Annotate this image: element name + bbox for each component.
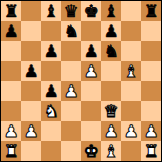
square-f7[interactable]: ♟ — [101, 21, 121, 41]
square-f4[interactable] — [101, 81, 121, 101]
square-a5[interactable] — [1, 61, 21, 81]
square-e5[interactable]: ♟ — [81, 61, 101, 81]
black-queen-icon[interactable]: ♛ — [63, 1, 78, 21]
black-rook-icon[interactable]: ♜ — [143, 1, 158, 21]
square-c5[interactable] — [41, 61, 61, 81]
square-c4[interactable]: ♟ — [41, 81, 61, 101]
square-e1[interactable]: ♚ — [81, 141, 101, 161]
white-rook-icon[interactable]: ♜ — [3, 141, 18, 161]
square-d8[interactable]: ♛ — [61, 1, 81, 21]
black-knight-icon[interactable]: ♞ — [63, 21, 78, 41]
square-c7[interactable] — [41, 21, 61, 41]
square-g1[interactable] — [121, 141, 141, 161]
square-h8[interactable]: ♜ — [141, 1, 161, 21]
square-f5[interactable] — [101, 61, 121, 81]
black-bishop-icon[interactable]: ♝ — [103, 1, 118, 21]
square-b3[interactable] — [21, 101, 41, 121]
square-h3[interactable] — [141, 101, 161, 121]
black-rook-icon[interactable]: ♜ — [3, 1, 18, 21]
square-e8[interactable]: ♚ — [81, 1, 101, 21]
square-b4[interactable] — [21, 81, 41, 101]
square-h5[interactable] — [141, 61, 161, 81]
black-pawn-icon[interactable]: ♟ — [83, 41, 98, 61]
square-d7[interactable]: ♞ — [61, 21, 81, 41]
square-a7[interactable]: ♟ — [1, 21, 21, 41]
chess-board-frame: ♜♝♛♚♝♜♟♞♟♟♟♞♟♟♝♟♟♞♛♟♟♟♟♟♜♚♝♜ — [0, 0, 162, 162]
black-pawn-icon[interactable]: ♟ — [3, 21, 18, 41]
square-d6[interactable] — [61, 41, 81, 61]
black-king-icon[interactable]: ♚ — [83, 1, 98, 21]
white-pawn-icon[interactable]: ♟ — [103, 121, 118, 141]
square-g4[interactable] — [121, 81, 141, 101]
square-e7[interactable] — [81, 21, 101, 41]
square-a1[interactable]: ♜ — [1, 141, 21, 161]
square-a3[interactable] — [1, 101, 21, 121]
square-a8[interactable]: ♜ — [1, 1, 21, 21]
square-g5[interactable]: ♝ — [121, 61, 141, 81]
square-b5[interactable]: ♟ — [21, 61, 41, 81]
square-a2[interactable]: ♟ — [1, 121, 21, 141]
square-c3[interactable]: ♞ — [41, 101, 61, 121]
white-king-icon[interactable]: ♚ — [83, 141, 98, 161]
square-c8[interactable]: ♝ — [41, 1, 61, 21]
square-g6[interactable] — [121, 41, 141, 61]
square-h2[interactable]: ♟ — [141, 121, 161, 141]
square-e6[interactable]: ♟ — [81, 41, 101, 61]
square-e2[interactable] — [81, 121, 101, 141]
square-b8[interactable] — [21, 1, 41, 21]
square-d3[interactable] — [61, 101, 81, 121]
square-f8[interactable]: ♝ — [101, 1, 121, 21]
square-b7[interactable] — [21, 21, 41, 41]
square-f1[interactable]: ♝ — [101, 141, 121, 161]
black-knight-icon[interactable]: ♞ — [103, 41, 118, 61]
white-bishop-icon[interactable]: ♝ — [103, 141, 118, 161]
black-bishop-icon[interactable]: ♝ — [43, 1, 58, 21]
square-g2[interactable]: ♟ — [121, 121, 141, 141]
white-pawn-icon[interactable]: ♟ — [123, 121, 138, 141]
square-g8[interactable] — [121, 1, 141, 21]
square-a4[interactable] — [1, 81, 21, 101]
square-e3[interactable] — [81, 101, 101, 121]
white-knight-icon[interactable]: ♞ — [43, 101, 58, 121]
white-pawn-icon[interactable]: ♟ — [63, 81, 78, 101]
square-c6[interactable]: ♟ — [41, 41, 61, 61]
square-f3[interactable]: ♛ — [101, 101, 121, 121]
white-queen-icon[interactable]: ♛ — [103, 101, 118, 121]
square-d1[interactable] — [61, 141, 81, 161]
square-g7[interactable] — [121, 21, 141, 41]
square-b6[interactable] — [21, 41, 41, 61]
black-pawn-icon[interactable]: ♟ — [103, 21, 118, 41]
square-f6[interactable]: ♞ — [101, 41, 121, 61]
black-pawn-icon[interactable]: ♟ — [23, 61, 38, 81]
square-h1[interactable]: ♜ — [141, 141, 161, 161]
square-a6[interactable] — [1, 41, 21, 61]
square-d2[interactable] — [61, 121, 81, 141]
white-pawn-icon[interactable]: ♟ — [143, 121, 158, 141]
black-pawn-icon[interactable]: ♟ — [43, 41, 58, 61]
white-pawn-icon[interactable]: ♟ — [83, 61, 98, 81]
square-d5[interactable] — [61, 61, 81, 81]
square-h7[interactable] — [141, 21, 161, 41]
square-b1[interactable] — [21, 141, 41, 161]
square-h6[interactable] — [141, 41, 161, 61]
square-e4[interactable] — [81, 81, 101, 101]
white-bishop-icon[interactable]: ♝ — [123, 61, 138, 81]
chess-board: ♜♝♛♚♝♜♟♞♟♟♟♞♟♟♝♟♟♞♛♟♟♟♟♟♜♚♝♜ — [1, 1, 161, 161]
white-rook-icon[interactable]: ♜ — [143, 141, 158, 161]
square-f2[interactable]: ♟ — [101, 121, 121, 141]
white-pawn-icon[interactable]: ♟ — [3, 121, 18, 141]
square-h4[interactable] — [141, 81, 161, 101]
square-g3[interactable] — [121, 101, 141, 121]
square-c2[interactable] — [41, 121, 61, 141]
white-pawn-icon[interactable]: ♟ — [23, 121, 38, 141]
square-c1[interactable] — [41, 141, 61, 161]
square-d4[interactable]: ♟ — [61, 81, 81, 101]
black-pawn-icon[interactable]: ♟ — [43, 81, 58, 101]
square-b2[interactable]: ♟ — [21, 121, 41, 141]
